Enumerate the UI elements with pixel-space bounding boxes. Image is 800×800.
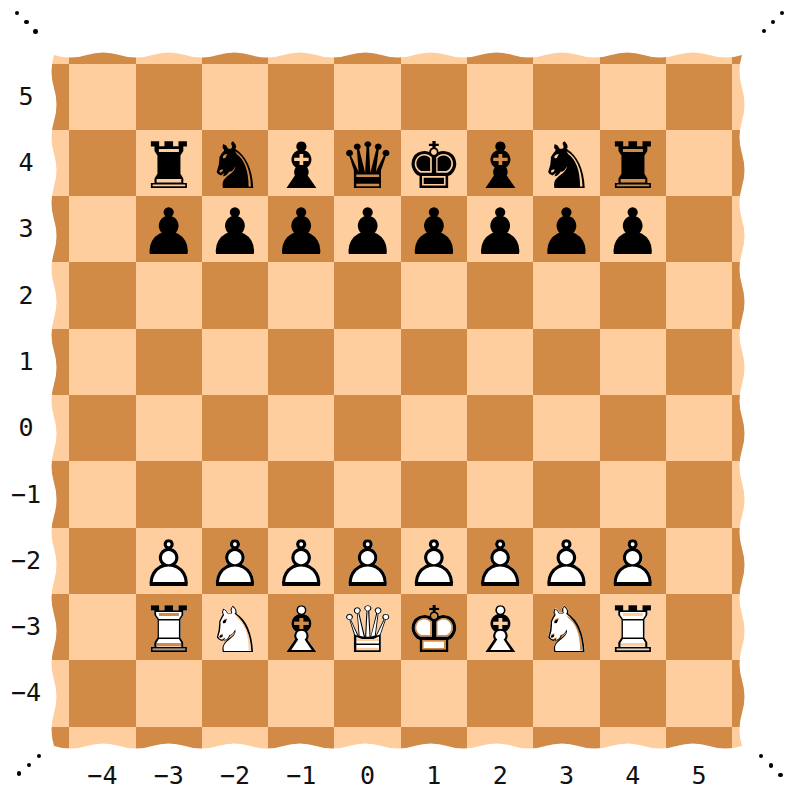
board-square	[202, 528, 268, 594]
board-square	[732, 0, 798, 64]
board-square	[666, 262, 732, 328]
board-square	[600, 64, 666, 130]
board-square	[666, 660, 732, 726]
board-square	[401, 329, 467, 395]
board-square	[202, 130, 268, 196]
y-tick-label: 4	[4, 149, 48, 177]
board	[0, 0, 800, 800]
board-square	[69, 0, 135, 64]
board-square	[268, 196, 334, 262]
board-square	[600, 0, 666, 64]
board-square	[136, 262, 202, 328]
board-square	[401, 461, 467, 527]
board-square	[666, 528, 732, 594]
board-square	[666, 64, 732, 130]
x-tick-label: −4	[69, 762, 135, 790]
board-square	[732, 660, 798, 726]
continuation-dot	[27, 763, 32, 768]
board-square	[732, 461, 798, 527]
board-square	[732, 130, 798, 196]
board-square	[334, 395, 400, 461]
board-square	[467, 196, 533, 262]
board-square	[334, 594, 400, 660]
board-square	[3, 461, 69, 527]
board-square	[3, 64, 69, 130]
continuation-dot	[771, 20, 776, 25]
continuation-dot	[17, 771, 22, 776]
board-grid	[3, 0, 799, 793]
board-square	[401, 528, 467, 594]
board-square	[600, 130, 666, 196]
board-square	[202, 0, 268, 64]
board-square	[136, 196, 202, 262]
board-square	[202, 64, 268, 130]
board-square	[334, 196, 400, 262]
y-tick-label: 2	[4, 282, 48, 310]
board-square	[600, 395, 666, 461]
board-square	[401, 727, 467, 793]
board-square	[666, 594, 732, 660]
continuation-dot	[759, 754, 764, 759]
board-square	[3, 594, 69, 660]
board-square	[467, 660, 533, 726]
board-square	[467, 130, 533, 196]
board-square	[69, 395, 135, 461]
board-square	[533, 594, 599, 660]
board-square	[533, 262, 599, 328]
board-square	[533, 528, 599, 594]
board-square	[600, 727, 666, 793]
board-square	[467, 64, 533, 130]
board-square	[136, 329, 202, 395]
y-tick-label: −4	[4, 679, 48, 707]
board-square	[202, 329, 268, 395]
x-tick-label: −1	[268, 762, 334, 790]
board-square	[136, 727, 202, 793]
board-square	[69, 329, 135, 395]
board-square	[136, 130, 202, 196]
board-square	[3, 130, 69, 196]
board-square	[467, 594, 533, 660]
y-tick-label: 5	[4, 83, 48, 111]
board-square	[69, 64, 135, 130]
x-tick-label: 1	[401, 762, 467, 790]
continuation-dot	[33, 29, 38, 34]
board-square	[666, 329, 732, 395]
x-tick-label: 5	[666, 762, 732, 790]
y-tick-label: −1	[4, 481, 48, 509]
board-square	[334, 727, 400, 793]
board-square	[69, 660, 135, 726]
board-square	[401, 262, 467, 328]
board-square	[533, 130, 599, 196]
board-square	[136, 0, 202, 64]
board-square	[732, 528, 798, 594]
continuation-dot	[762, 29, 767, 34]
board-square	[401, 660, 467, 726]
board-square	[69, 130, 135, 196]
board-square	[69, 196, 135, 262]
board-square	[268, 64, 334, 130]
board-square	[401, 64, 467, 130]
board-square	[600, 262, 666, 328]
x-tick-label: −2	[202, 762, 268, 790]
board-square	[334, 0, 400, 64]
board-square	[467, 461, 533, 527]
continuation-dot	[37, 754, 42, 759]
board-square	[467, 329, 533, 395]
board-square	[3, 727, 69, 793]
board-square	[268, 329, 334, 395]
board-square	[268, 262, 334, 328]
infinite-chessboard-plot: ♜♞♝♛♚♝♞♜♟♟♟♟♟♟♟♟♟♙♟♙♟♙♟♙♟♙♟♙♟♙♟♙♜♖♞♘♝♗♛♕…	[0, 0, 800, 800]
board-square	[3, 196, 69, 262]
board-square	[334, 130, 400, 196]
board-square	[69, 594, 135, 660]
board-square	[3, 262, 69, 328]
board-square	[533, 461, 599, 527]
board-square	[666, 461, 732, 527]
board-square	[202, 395, 268, 461]
board-square	[136, 594, 202, 660]
board-square	[732, 727, 798, 793]
y-tick-label: 1	[4, 348, 48, 376]
board-square	[401, 594, 467, 660]
y-tick-label: −3	[4, 613, 48, 641]
board-square	[69, 262, 135, 328]
board-square	[202, 196, 268, 262]
board-square	[202, 594, 268, 660]
x-tick-label: 2	[467, 762, 533, 790]
board-square	[268, 461, 334, 527]
board-square	[3, 329, 69, 395]
board-square	[3, 528, 69, 594]
board-square	[334, 660, 400, 726]
board-square	[732, 329, 798, 395]
board-square	[533, 329, 599, 395]
board-square	[334, 329, 400, 395]
board-square	[732, 262, 798, 328]
board-square	[533, 64, 599, 130]
board-square	[467, 0, 533, 64]
continuation-dot	[769, 763, 774, 768]
board-square	[202, 660, 268, 726]
board-square	[467, 395, 533, 461]
x-tick-label: 0	[335, 762, 401, 790]
board-square	[3, 660, 69, 726]
board-square	[334, 461, 400, 527]
board-square	[533, 196, 599, 262]
board-square	[467, 727, 533, 793]
board-square	[467, 262, 533, 328]
board-square	[268, 660, 334, 726]
x-tick-label: 4	[600, 762, 666, 790]
board-square	[533, 0, 599, 64]
board-square	[666, 196, 732, 262]
board-square	[202, 461, 268, 527]
y-tick-label: 3	[4, 215, 48, 243]
continuation-dot	[24, 20, 29, 25]
board-square	[69, 528, 135, 594]
x-tick-label: 3	[534, 762, 600, 790]
x-tick-label: −3	[136, 762, 202, 790]
board-square	[136, 528, 202, 594]
board-square	[69, 461, 135, 527]
board-square	[268, 594, 334, 660]
board-square	[732, 395, 798, 461]
board-square	[268, 130, 334, 196]
board-square	[600, 196, 666, 262]
board-square	[268, 395, 334, 461]
board-square	[732, 64, 798, 130]
board-square	[334, 64, 400, 130]
board-square	[467, 528, 533, 594]
board-square	[401, 0, 467, 64]
y-tick-label: −2	[4, 547, 48, 575]
board-square	[69, 727, 135, 793]
board-square	[666, 395, 732, 461]
board-square	[732, 196, 798, 262]
board-square	[136, 395, 202, 461]
board-square	[334, 262, 400, 328]
board-square	[600, 528, 666, 594]
board-square	[268, 0, 334, 64]
board-square	[334, 528, 400, 594]
continuation-dot	[780, 11, 785, 16]
board-square	[202, 262, 268, 328]
board-square	[600, 594, 666, 660]
board-square	[533, 727, 599, 793]
board-square	[533, 395, 599, 461]
board-square	[666, 727, 732, 793]
board-square	[136, 660, 202, 726]
y-tick-label: 0	[4, 414, 48, 442]
board-square	[3, 0, 69, 64]
board-square	[401, 130, 467, 196]
board-square	[666, 130, 732, 196]
board-square	[401, 196, 467, 262]
board-square	[268, 727, 334, 793]
board-square	[202, 727, 268, 793]
board-square	[600, 461, 666, 527]
board-square	[3, 395, 69, 461]
continuation-dot	[15, 11, 20, 16]
board-square	[268, 528, 334, 594]
board-square	[401, 395, 467, 461]
board-square	[136, 64, 202, 130]
board-square	[600, 329, 666, 395]
board-square	[533, 660, 599, 726]
board-square	[600, 660, 666, 726]
continuation-dot	[778, 773, 783, 778]
board-square	[136, 461, 202, 527]
board-square	[732, 594, 798, 660]
board-square	[666, 0, 732, 64]
